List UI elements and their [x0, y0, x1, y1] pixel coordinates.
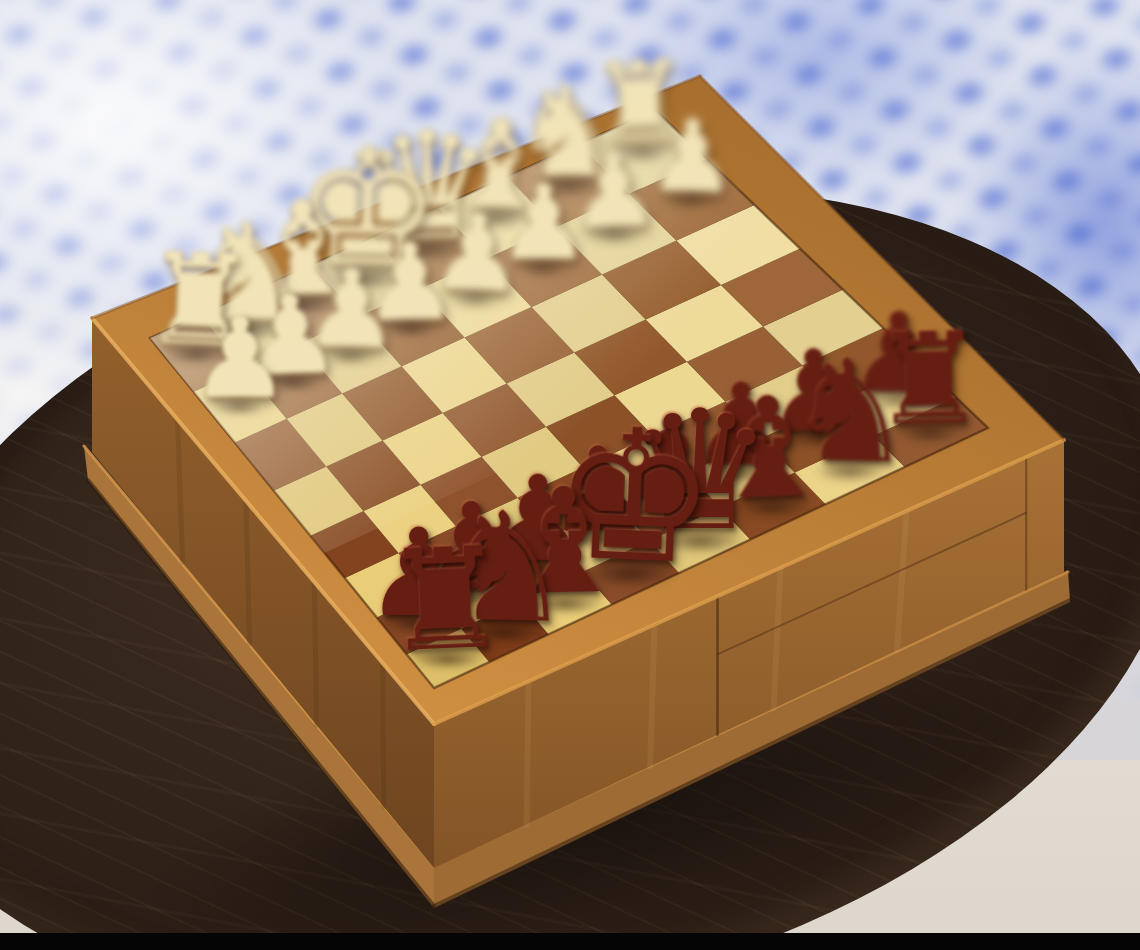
grain-right [527, 681, 529, 824]
grain-left [314, 582, 316, 725]
chess-box [0, 0, 1140, 950]
scene-photo: ♜♞♝♛♚♝♞♜♟♟♟♟♟♟♟♟♟♟♟♟♟♟♟♟♜♞♝♛♚♝♞♜ [0, 0, 1140, 950]
bottom-black-band [0, 933, 1140, 950]
grain-left [383, 663, 384, 807]
